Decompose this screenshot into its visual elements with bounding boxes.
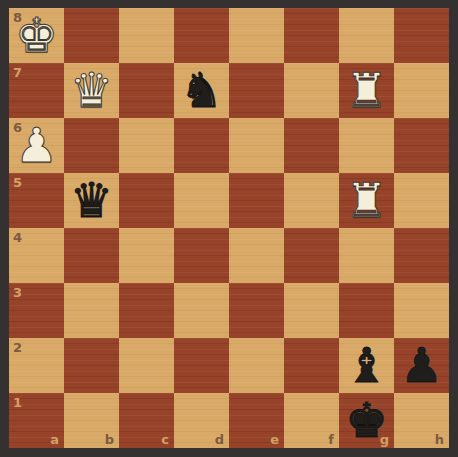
square-g1[interactable]: g♚: [339, 393, 394, 448]
square-b1[interactable]: b: [64, 393, 119, 448]
square-f4[interactable]: [284, 228, 339, 283]
square-a1[interactable]: 1a: [9, 393, 64, 448]
file-label-e: e: [270, 433, 279, 446]
square-d2[interactable]: [174, 338, 229, 393]
black-queen[interactable]: ♛: [70, 176, 113, 224]
square-a8[interactable]: 8♚: [9, 8, 64, 63]
square-f1[interactable]: f: [284, 393, 339, 448]
square-f2[interactable]: [284, 338, 339, 393]
square-d3[interactable]: [174, 283, 229, 338]
square-h5[interactable]: [394, 173, 449, 228]
square-e8[interactable]: [229, 8, 284, 63]
square-a6[interactable]: 6♟: [9, 118, 64, 173]
file-label-h: h: [435, 433, 444, 446]
square-g7[interactable]: ♜: [339, 63, 394, 118]
square-f3[interactable]: [284, 283, 339, 338]
square-e3[interactable]: [229, 283, 284, 338]
square-g8[interactable]: [339, 8, 394, 63]
square-f5[interactable]: [284, 173, 339, 228]
square-e1[interactable]: e: [229, 393, 284, 448]
black-knight[interactable]: ♞: [180, 66, 223, 114]
white-rook[interactable]: ♜: [345, 66, 388, 114]
square-c3[interactable]: [119, 283, 174, 338]
black-bishop[interactable]: ♝: [345, 341, 388, 389]
square-h3[interactable]: [394, 283, 449, 338]
square-b5[interactable]: ♛: [64, 173, 119, 228]
rank-label-1: 1: [13, 396, 22, 409]
square-h4[interactable]: [394, 228, 449, 283]
square-b7[interactable]: ♛: [64, 63, 119, 118]
square-c4[interactable]: [119, 228, 174, 283]
square-d6[interactable]: [174, 118, 229, 173]
rank-label-2: 2: [13, 341, 22, 354]
black-king[interactable]: ♚: [345, 396, 388, 444]
white-pawn[interactable]: ♟: [15, 121, 58, 169]
square-b8[interactable]: [64, 8, 119, 63]
square-d7[interactable]: ♞: [174, 63, 229, 118]
square-a2[interactable]: 2: [9, 338, 64, 393]
square-b6[interactable]: [64, 118, 119, 173]
chess-app: { "game": "chess", "board_orientation": …: [0, 0, 458, 457]
square-h1[interactable]: h: [394, 393, 449, 448]
square-e5[interactable]: [229, 173, 284, 228]
square-g2[interactable]: ♝: [339, 338, 394, 393]
rank-label-4: 4: [13, 231, 22, 244]
file-label-d: d: [215, 433, 224, 446]
square-g3[interactable]: [339, 283, 394, 338]
square-e6[interactable]: [229, 118, 284, 173]
file-label-f: f: [328, 433, 334, 446]
white-king[interactable]: ♚: [15, 11, 58, 59]
square-a3[interactable]: 3: [9, 283, 64, 338]
square-a5[interactable]: 5: [9, 173, 64, 228]
square-f7[interactable]: [284, 63, 339, 118]
rank-label-7: 7: [13, 66, 22, 79]
chess-board: 8♚7♛♞♜6♟5♛♜432♝♟1abcdefg♚h: [9, 8, 449, 448]
square-b3[interactable]: [64, 283, 119, 338]
square-e4[interactable]: [229, 228, 284, 283]
square-f8[interactable]: [284, 8, 339, 63]
square-g4[interactable]: [339, 228, 394, 283]
rank-label-3: 3: [13, 286, 22, 299]
square-e7[interactable]: [229, 63, 284, 118]
file-label-c: c: [161, 433, 169, 446]
square-h8[interactable]: [394, 8, 449, 63]
square-d5[interactable]: [174, 173, 229, 228]
square-d4[interactable]: [174, 228, 229, 283]
square-b4[interactable]: [64, 228, 119, 283]
square-c8[interactable]: [119, 8, 174, 63]
square-c6[interactable]: [119, 118, 174, 173]
square-h2[interactable]: ♟: [394, 338, 449, 393]
square-h6[interactable]: [394, 118, 449, 173]
square-g5[interactable]: ♜: [339, 173, 394, 228]
square-b2[interactable]: [64, 338, 119, 393]
square-c2[interactable]: [119, 338, 174, 393]
file-label-b: b: [105, 433, 114, 446]
square-f6[interactable]: [284, 118, 339, 173]
square-d8[interactable]: [174, 8, 229, 63]
square-a4[interactable]: 4: [9, 228, 64, 283]
rank-label-5: 5: [13, 176, 22, 189]
square-h7[interactable]: [394, 63, 449, 118]
file-label-a: a: [50, 433, 59, 446]
black-pawn[interactable]: ♟: [400, 341, 443, 389]
white-queen[interactable]: ♛: [70, 66, 113, 114]
white-rook[interactable]: ♜: [345, 176, 388, 224]
square-a7[interactable]: 7: [9, 63, 64, 118]
square-c7[interactable]: [119, 63, 174, 118]
square-d1[interactable]: d: [174, 393, 229, 448]
square-g6[interactable]: [339, 118, 394, 173]
square-c1[interactable]: c: [119, 393, 174, 448]
square-c5[interactable]: [119, 173, 174, 228]
square-e2[interactable]: [229, 338, 284, 393]
